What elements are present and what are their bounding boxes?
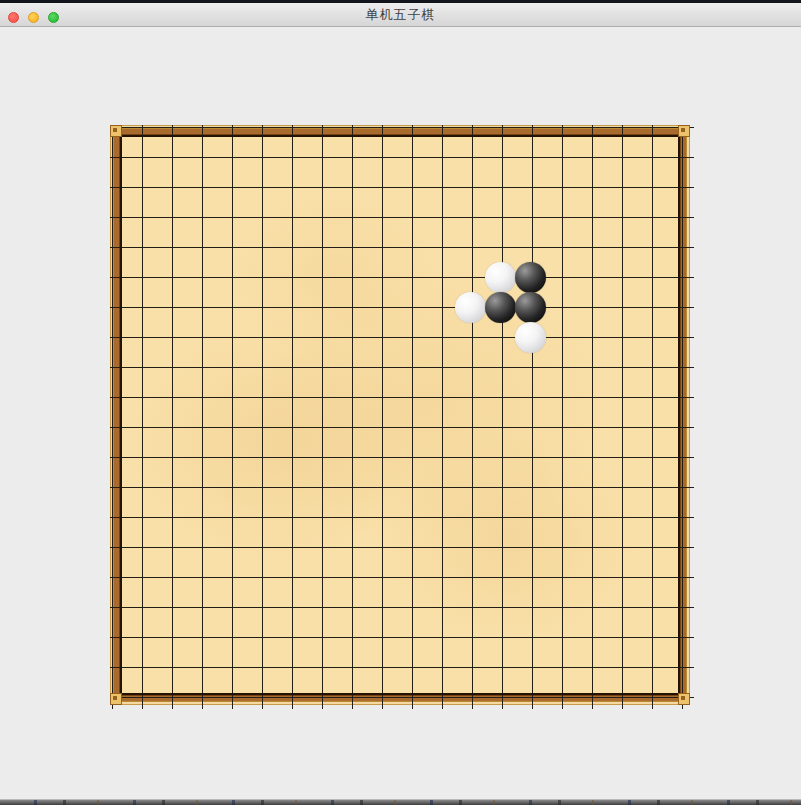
minimize-button[interactable]: [28, 12, 39, 23]
frame-corner-ornament-icon: [110, 693, 122, 705]
stone-white: [485, 262, 516, 293]
app-window: 单机五子棋: [0, 0, 801, 805]
stone-black: [485, 292, 516, 323]
stone-black: [515, 262, 546, 293]
stone-white: [455, 292, 486, 323]
stone-white: [515, 322, 546, 353]
close-button[interactable]: [8, 12, 19, 23]
window-titlebar[interactable]: 单机五子棋: [0, 3, 801, 27]
board-inner-border: [120, 135, 680, 695]
screen-top-edge: [0, 0, 801, 3]
frame-corner-ornament-icon: [678, 693, 690, 705]
frame-corner-ornament-icon: [678, 125, 690, 137]
stone-black: [515, 292, 546, 323]
frame-corner-ornament-icon: [110, 125, 122, 137]
zoom-button[interactable]: [48, 12, 59, 23]
bottom-obscured-window-edge: [0, 799, 801, 805]
window-title: 单机五子棋: [0, 3, 801, 26]
